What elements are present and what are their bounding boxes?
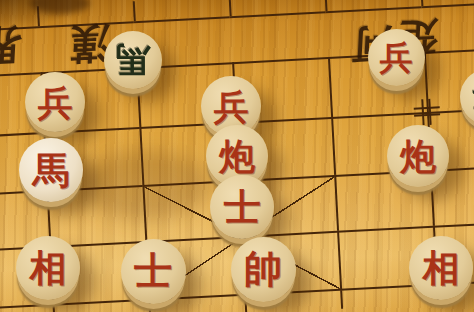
piece-character: 士 [210,175,274,239]
piece-black-soldier-partial[interactable]: 卒 [460,69,474,125]
piece-character: 馬 [104,31,162,89]
board-cell [230,11,328,62]
star-point-marker [412,97,441,126]
piece-red-cannon-g7[interactable]: 炮 [387,125,449,187]
piece-character: 兵 [368,29,425,86]
piece-character: 士 [121,239,186,304]
piece-character: 兵 [25,72,85,132]
piece-red-soldier-g5[interactable]: 兵 [368,29,425,86]
piece-character: 帥 [231,237,296,302]
piece-character: 卒 [460,69,474,125]
piece-red-soldier-c6[interactable]: 兵 [25,72,85,132]
piece-character: 相 [409,236,473,300]
river-character: 界 [0,16,23,73]
piece-character: 馬 [19,138,83,202]
piece-character: 相 [16,236,80,300]
xiangqi-photo-scene: 界漢河楚 兵馬卒兵兵炮炮馬士相相帥士 [0,0,474,312]
piece-red-horse[interactable]: 馬 [19,138,83,202]
piece-red-advisor-d9[interactable]: 士 [121,239,186,304]
piece-red-general[interactable]: 帥 [231,237,296,302]
piece-red-advisor-e8[interactable]: 士 [210,175,274,239]
horse-shadow [80,150,210,220]
piece-red-elephant-c9[interactable]: 相 [16,236,80,300]
piece-character: 炮 [387,125,449,187]
piece-black-horse[interactable]: 馬 [104,31,162,89]
piece-red-elephant-g9[interactable]: 相 [409,236,473,300]
